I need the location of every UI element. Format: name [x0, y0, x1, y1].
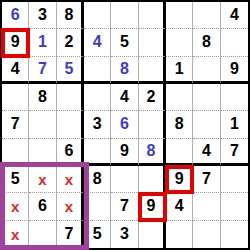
cell-r3c6[interactable]	[139, 57, 166, 84]
cell-r9c5[interactable]: 3	[111, 221, 138, 248]
cell-r1c3[interactable]: 8	[57, 2, 84, 29]
cell-r2c3[interactable]: 2	[57, 29, 84, 56]
cell-r9c8[interactable]	[193, 221, 220, 248]
cell-r3c8[interactable]	[193, 57, 220, 84]
cell-r7c9[interactable]	[221, 166, 248, 193]
cell-r4c1[interactable]	[2, 84, 29, 111]
cell-r6c7[interactable]	[166, 139, 193, 166]
cell-r8c2[interactable]: 6	[29, 193, 56, 220]
cell-r5c1[interactable]: 7	[2, 111, 29, 138]
cell-r9c6[interactable]	[139, 221, 166, 248]
cell-r6c6[interactable]: 8	[139, 139, 166, 166]
sudoku-board: 638491245847581984273681698475xx897x6x79…	[0, 0, 250, 250]
cell-r4c7[interactable]	[166, 84, 193, 111]
cell-r6c1[interactable]	[2, 139, 29, 166]
cell-r9c3[interactable]: 7	[57, 221, 84, 248]
cell-r1c4[interactable]	[84, 2, 111, 29]
cell-r4c4[interactable]	[84, 84, 111, 111]
cell-r5c8[interactable]	[193, 111, 220, 138]
cell-r8c3[interactable]: x	[57, 193, 84, 220]
cell-r3c2[interactable]: 7	[29, 57, 56, 84]
cell-r2c5[interactable]: 5	[111, 29, 138, 56]
cell-r9c9[interactable]	[221, 221, 248, 248]
cell-r5c2[interactable]	[29, 111, 56, 138]
cell-r4c6[interactable]: 2	[139, 84, 166, 111]
cell-r3c4[interactable]	[84, 57, 111, 84]
cell-r7c1[interactable]: 5	[2, 166, 29, 193]
cell-r7c7[interactable]: 9	[166, 166, 193, 193]
cell-r4c9[interactable]	[221, 84, 248, 111]
cell-r7c2[interactable]: x	[29, 166, 56, 193]
cell-r5c9[interactable]: 1	[221, 111, 248, 138]
cell-r6c4[interactable]	[84, 139, 111, 166]
cell-r5c5[interactable]: 6	[111, 111, 138, 138]
cell-r6c5[interactable]: 9	[111, 139, 138, 166]
cell-r8c9[interactable]	[221, 193, 248, 220]
cell-r1c8[interactable]	[193, 2, 220, 29]
cell-r1c2[interactable]: 3	[29, 2, 56, 29]
cell-r9c2[interactable]	[29, 221, 56, 248]
cell-r7c3[interactable]: x	[57, 166, 84, 193]
cell-r7c5[interactable]	[111, 166, 138, 193]
cell-r5c4[interactable]: 3	[84, 111, 111, 138]
cell-r4c3[interactable]	[57, 84, 84, 111]
cell-r2c2[interactable]: 1	[29, 29, 56, 56]
cell-r9c4[interactable]: 5	[84, 221, 111, 248]
cell-r6c8[interactable]: 4	[193, 139, 220, 166]
cell-r7c4[interactable]: 8	[84, 166, 111, 193]
cell-r5c7[interactable]: 8	[166, 111, 193, 138]
cell-r8c7[interactable]: 4	[166, 193, 193, 220]
cell-r4c8[interactable]	[193, 84, 220, 111]
cell-r9c1[interactable]: x	[2, 221, 29, 248]
cell-r2c4[interactable]: 4	[84, 29, 111, 56]
cell-r8c6[interactable]: 9	[139, 193, 166, 220]
cell-r1c1[interactable]: 6	[2, 2, 29, 29]
cell-r8c8[interactable]	[193, 193, 220, 220]
cell-r3c9[interactable]: 9	[221, 57, 248, 84]
cell-r3c7[interactable]: 1	[166, 57, 193, 84]
cell-r3c5[interactable]: 8	[111, 57, 138, 84]
cell-r3c3[interactable]: 5	[57, 57, 84, 84]
cell-r5c6[interactable]	[139, 111, 166, 138]
cell-r4c2[interactable]: 8	[29, 84, 56, 111]
cell-r2c9[interactable]	[221, 29, 248, 56]
cell-r9c7[interactable]	[166, 221, 193, 248]
cell-r6c3[interactable]: 6	[57, 139, 84, 166]
cell-r1c6[interactable]	[139, 2, 166, 29]
cell-r8c1[interactable]: x	[2, 193, 29, 220]
cell-r6c9[interactable]: 7	[221, 139, 248, 166]
cell-r1c7[interactable]	[166, 2, 193, 29]
cell-r5c3[interactable]	[57, 111, 84, 138]
cell-r2c8[interactable]: 8	[193, 29, 220, 56]
cell-r4c5[interactable]: 4	[111, 84, 138, 111]
cell-r8c4[interactable]	[84, 193, 111, 220]
cell-r1c5[interactable]	[111, 2, 138, 29]
cell-r7c6[interactable]	[139, 166, 166, 193]
sudoku-grid: 638491245847581984273681698475xx897x6x79…	[2, 2, 248, 248]
cell-r3c1[interactable]: 4	[2, 57, 29, 84]
cell-r7c8[interactable]: 7	[193, 166, 220, 193]
cell-r1c9[interactable]: 4	[221, 2, 248, 29]
cell-r8c5[interactable]: 7	[111, 193, 138, 220]
cell-r2c1[interactable]: 9	[2, 29, 29, 56]
cell-r6c2[interactable]	[29, 139, 56, 166]
cell-r2c6[interactable]	[139, 29, 166, 56]
cell-r2c7[interactable]	[166, 29, 193, 56]
